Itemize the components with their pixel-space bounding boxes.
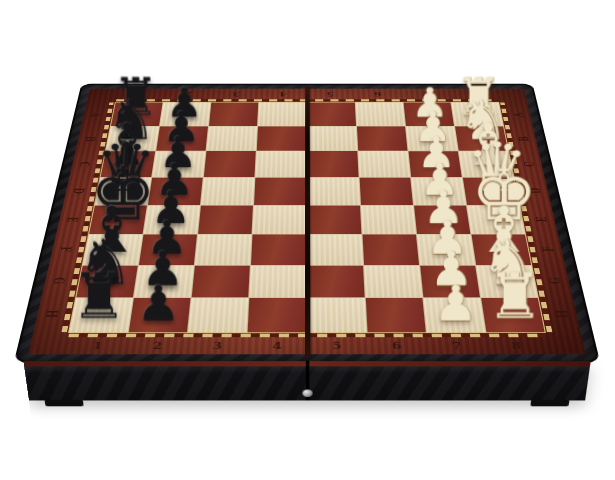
square-c4[interactable]	[256, 151, 307, 177]
square-h4[interactable]	[248, 298, 306, 332]
square-a6[interactable]	[355, 103, 404, 126]
rank-label-bottom-2: 2	[152, 342, 163, 351]
file-label-right-A: A	[513, 112, 525, 116]
piece-white-pawn[interactable]: ♟	[426, 279, 484, 328]
file-label-left-D: D	[71, 188, 84, 194]
square-g3[interactable]	[192, 266, 250, 298]
square-h7[interactable]: ♟	[423, 298, 485, 332]
rank-label-bottom-6: 6	[392, 342, 402, 351]
square-d6[interactable]	[359, 178, 412, 205]
file-label-left-A: A	[89, 112, 101, 116]
square-b5[interactable]	[307, 126, 356, 150]
square-f6[interactable]	[362, 235, 419, 265]
square-e5[interactable]	[308, 205, 362, 234]
square-e3[interactable]	[198, 205, 253, 234]
left-foot	[45, 400, 84, 407]
square-c6[interactable]	[358, 151, 410, 177]
square-h3[interactable]	[188, 298, 248, 332]
file-label-right-H: H	[556, 310, 571, 318]
file-label-left-C: C	[78, 162, 91, 167]
square-b3[interactable]	[207, 126, 258, 150]
folding-chess-board: 12345678 12345678 ABCDEFGH ABCDEFGH ♜♟♟♜…	[14, 84, 601, 363]
hinge-pin-icon	[302, 390, 312, 398]
square-a3[interactable]	[209, 103, 258, 126]
rank-label-bottom-4: 4	[272, 342, 282, 351]
square-d3[interactable]	[201, 178, 254, 205]
square-g4[interactable]	[250, 266, 307, 298]
rank-label-top-3: 3	[232, 91, 240, 97]
rank-label-top-4: 4	[280, 91, 288, 97]
rank-label-bottom-1: 1	[92, 342, 103, 351]
square-g6[interactable]	[364, 266, 422, 298]
square-f5[interactable]	[308, 235, 363, 265]
square-g5[interactable]	[308, 266, 365, 298]
rank-label-top-5: 5	[327, 91, 335, 97]
rank-label-bottom-7: 7	[451, 342, 462, 351]
square-a4[interactable]	[258, 103, 306, 126]
piece-black-pawn[interactable]: ♟	[130, 279, 188, 328]
file-label-left-E: E	[65, 217, 78, 222]
file-label-left-H: H	[43, 310, 58, 318]
file-label-left-F: F	[58, 247, 72, 252]
box-side-wall	[23, 361, 590, 400]
square-a5[interactable]	[307, 103, 355, 126]
board-frame: 12345678 12345678 ABCDEFGH ABCDEFGH ♜♟♟♜…	[14, 84, 601, 363]
file-label-right-G: G	[549, 277, 563, 284]
rank-label-bottom-5: 5	[332, 342, 342, 351]
file-label-left-B: B	[83, 136, 95, 141]
square-d4[interactable]	[254, 178, 306, 205]
square-h5[interactable]	[308, 298, 366, 332]
square-c5[interactable]	[307, 151, 358, 177]
square-d5[interactable]	[307, 178, 359, 205]
rank-label-bottom-8: 8	[511, 342, 522, 351]
rank-label-bottom-3: 3	[212, 342, 222, 351]
square-e4[interactable]	[253, 205, 307, 234]
center-hinge	[304, 86, 310, 359]
square-b6[interactable]	[357, 126, 408, 150]
file-label-right-E: E	[536, 217, 549, 222]
square-h8[interactable]: ♜	[481, 298, 545, 332]
right-foot	[530, 400, 569, 407]
square-h2[interactable]: ♟	[129, 298, 191, 332]
rank-label-top-6: 6	[374, 91, 382, 97]
square-c3[interactable]	[204, 151, 256, 177]
square-f3[interactable]	[195, 235, 252, 265]
file-label-left-G: G	[51, 277, 65, 284]
square-h6[interactable]	[365, 298, 425, 332]
piece-black-rook[interactable]: ♜	[70, 265, 128, 328]
square-e6[interactable]	[361, 205, 416, 234]
square-b4[interactable]	[257, 126, 306, 150]
piece-white-rook[interactable]: ♜	[486, 265, 544, 328]
product-photo-chess-set: 12345678 12345678 ABCDEFGH ABCDEFGH ♜♟♟♜…	[0, 0, 615, 480]
square-f4[interactable]	[251, 235, 306, 265]
file-label-right-F: F	[542, 247, 556, 252]
square-h1[interactable]: ♜	[69, 298, 133, 332]
